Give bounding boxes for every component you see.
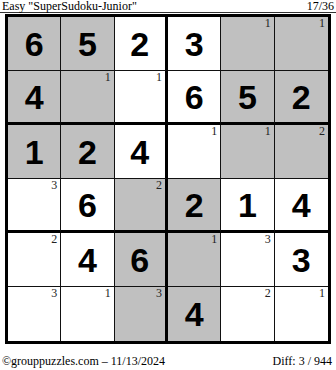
- corner-mark: 1: [211, 124, 217, 138]
- cell-r2c1[interactable]: 4: [8, 71, 61, 125]
- given-digit: 2: [292, 80, 311, 114]
- cell-r4c2[interactable]: 6: [61, 179, 114, 233]
- corner-mark: 2: [319, 124, 325, 138]
- corner-mark: 3: [51, 178, 57, 192]
- given-digit: 6: [25, 27, 44, 61]
- cell-r6c2[interactable]: 1: [61, 287, 114, 341]
- corner-mark: 2: [51, 232, 57, 246]
- cell-r2c3[interactable]: 1: [115, 71, 168, 125]
- footer: ©grouppuzzles.com – 11/13/2024 Diff: 3 /…: [0, 354, 336, 368]
- given-digit: 2: [78, 135, 97, 169]
- cell-r1c1[interactable]: 6: [8, 17, 61, 71]
- given-digit: 1: [25, 135, 44, 169]
- cell-r6c5[interactable]: 2: [221, 287, 274, 341]
- cell-r3c4[interactable]: 1: [168, 125, 221, 179]
- corner-mark: 3: [265, 232, 271, 246]
- cell-r4c3[interactable]: 2: [115, 179, 168, 233]
- given-digit: 4: [25, 80, 44, 114]
- cell-r3c3[interactable]: 4: [115, 125, 168, 179]
- cell-r3c1[interactable]: 1: [8, 125, 61, 179]
- given-digit: 2: [185, 188, 204, 222]
- cell-r3c5[interactable]: 1: [221, 125, 274, 179]
- cell-r1c2[interactable]: 5: [61, 17, 114, 71]
- given-digit: 4: [78, 243, 97, 277]
- cell-r1c6[interactable]: 1: [275, 17, 328, 71]
- corner-mark: 1: [105, 286, 111, 300]
- cell-r4c4[interactable]: 2: [168, 179, 221, 233]
- given-digit: 2: [130, 27, 149, 61]
- corner-mark: 1: [156, 70, 162, 84]
- given-digit: 6: [130, 243, 149, 277]
- corner-mark: 3: [51, 286, 57, 300]
- cell-r2c5[interactable]: 5: [221, 71, 274, 125]
- cell-r3c2[interactable]: 2: [61, 125, 114, 179]
- given-digit: 6: [185, 80, 204, 114]
- corner-mark: 1: [105, 70, 111, 84]
- given-digit: 5: [78, 27, 97, 61]
- cell-r4c6[interactable]: 4: [275, 179, 328, 233]
- cell-r4c1[interactable]: 3: [8, 179, 61, 233]
- given-digit: 1: [238, 188, 257, 222]
- cell-r6c1[interactable]: 3: [8, 287, 61, 341]
- clue-counter: 17/36: [307, 0, 334, 12]
- footer-difficulty: Diff: 3 / 944: [273, 354, 332, 368]
- cell-r6c6[interactable]: 1: [275, 287, 328, 341]
- cell-r2c4[interactable]: 6: [168, 71, 221, 125]
- cell-r6c4[interactable]: 4: [168, 287, 221, 341]
- corner-mark: 1: [211, 232, 217, 246]
- puzzle-page: Easy "SuperSudoku-Junior" 17/36 65231141…: [0, 0, 336, 370]
- cell-r5c6[interactable]: 3: [275, 233, 328, 287]
- given-digit: 5: [238, 80, 257, 114]
- header: Easy "SuperSudoku-Junior" 17/36: [0, 0, 336, 13]
- corner-mark: 1: [265, 124, 271, 138]
- given-digit: 4: [130, 135, 149, 169]
- corner-mark: 2: [156, 178, 162, 192]
- cell-r1c3[interactable]: 2: [115, 17, 168, 71]
- cell-r5c1[interactable]: 2: [8, 233, 61, 287]
- cell-r5c2[interactable]: 4: [61, 233, 114, 287]
- given-digit: 4: [185, 297, 204, 331]
- cell-r5c5[interactable]: 3: [221, 233, 274, 287]
- cell-r2c2[interactable]: 1: [61, 71, 114, 125]
- cell-r1c5[interactable]: 1: [221, 17, 274, 71]
- cell-r2c6[interactable]: 2: [275, 71, 328, 125]
- cell-r5c4[interactable]: 1: [168, 233, 221, 287]
- corner-mark: 3: [156, 286, 162, 300]
- corner-mark: 1: [319, 286, 325, 300]
- corner-mark: 2: [265, 286, 271, 300]
- given-digit: 3: [185, 27, 204, 61]
- cell-r3c6[interactable]: 2: [275, 125, 328, 179]
- given-digit: 6: [78, 188, 97, 222]
- footer-copyright: ©grouppuzzles.com – 11/13/2024: [2, 354, 165, 368]
- corner-mark: 1: [265, 16, 271, 30]
- cell-r6c3[interactable]: 3: [115, 287, 168, 341]
- cell-r1c4[interactable]: 3: [168, 17, 221, 71]
- puzzle-title: Easy "SuperSudoku-Junior": [2, 0, 137, 12]
- cell-r5c3[interactable]: 6: [115, 233, 168, 287]
- given-digit: 4: [292, 188, 311, 222]
- corner-mark: 1: [319, 16, 325, 30]
- given-digit: 3: [292, 243, 311, 277]
- cell-r4c5[interactable]: 1: [221, 179, 274, 233]
- sudoku-grid: 652311411652124112362214246133313421: [5, 14, 331, 344]
